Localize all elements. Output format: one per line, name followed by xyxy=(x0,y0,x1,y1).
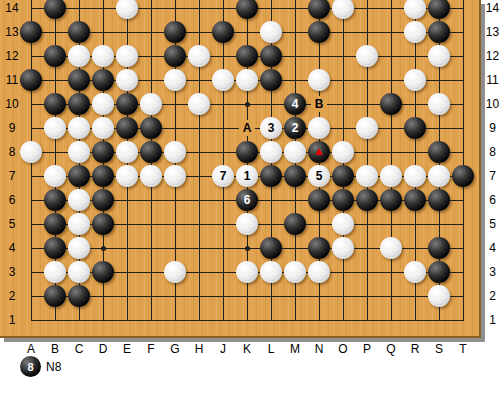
point-H9[interactable] xyxy=(187,116,211,140)
point-F9[interactable] xyxy=(139,116,163,140)
point-M13[interactable] xyxy=(283,20,307,44)
point-P12[interactable] xyxy=(355,44,379,68)
col-label-Q: Q xyxy=(379,343,403,356)
black-stone-S6 xyxy=(428,189,450,211)
white-stone-N9 xyxy=(308,117,330,139)
point-B8[interactable] xyxy=(43,140,67,164)
point-L6[interactable] xyxy=(259,188,283,212)
point-P13[interactable] xyxy=(355,20,379,44)
point-R4[interactable] xyxy=(403,236,427,260)
point-T5[interactable] xyxy=(451,212,475,236)
row-label-left-13: 13 xyxy=(0,25,24,39)
point-H5[interactable] xyxy=(187,212,211,236)
point-F4[interactable] xyxy=(139,236,163,260)
point-D2[interactable] xyxy=(91,284,115,308)
point-N5[interactable] xyxy=(307,212,331,236)
point-F14[interactable] xyxy=(139,0,163,20)
white-stone-Q7 xyxy=(380,165,402,187)
point-S8[interactable] xyxy=(427,140,451,164)
white-stone-L9: 3 xyxy=(260,117,282,139)
point-R12[interactable] xyxy=(403,44,427,68)
point-D7[interactable] xyxy=(91,164,115,188)
point-S11[interactable] xyxy=(427,68,451,92)
point-T11[interactable] xyxy=(451,68,475,92)
point-G6[interactable] xyxy=(163,188,187,212)
point-Q12[interactable] xyxy=(379,44,403,68)
point-S10[interactable] xyxy=(427,92,451,116)
point-P9[interactable] xyxy=(355,116,379,140)
point-D14[interactable] xyxy=(91,0,115,20)
point-N7[interactable]: 5 xyxy=(307,164,331,188)
point-K6[interactable]: 6 xyxy=(235,188,259,212)
point-B1[interactable] xyxy=(43,308,67,332)
point-S2[interactable] xyxy=(427,284,451,308)
point-L5[interactable] xyxy=(259,212,283,236)
point-J7[interactable]: 7 xyxy=(211,164,235,188)
point-F6[interactable] xyxy=(139,188,163,212)
point-G1[interactable] xyxy=(163,308,187,332)
point-T2[interactable] xyxy=(451,284,475,308)
point-H7[interactable] xyxy=(187,164,211,188)
go-diagram: 4BA32▲7156 14141313121211111010998877665… xyxy=(0,0,500,393)
point-N4[interactable] xyxy=(307,236,331,260)
point-E3[interactable] xyxy=(115,260,139,284)
point-R6[interactable] xyxy=(403,188,427,212)
point-K12[interactable] xyxy=(235,44,259,68)
point-K4[interactable] xyxy=(235,236,259,260)
point-T6[interactable] xyxy=(451,188,475,212)
white-stone-G8 xyxy=(164,141,186,163)
point-H8[interactable] xyxy=(187,140,211,164)
point-C13[interactable] xyxy=(67,20,91,44)
point-F8[interactable] xyxy=(139,140,163,164)
point-H11[interactable] xyxy=(187,68,211,92)
point-D13[interactable] xyxy=(91,20,115,44)
point-E6[interactable] xyxy=(115,188,139,212)
col-label-M: M xyxy=(283,343,307,356)
point-M7[interactable] xyxy=(283,164,307,188)
point-F3[interactable] xyxy=(139,260,163,284)
point-S4[interactable] xyxy=(427,236,451,260)
row-label-right-3: 3 xyxy=(485,265,500,279)
point-O3[interactable] xyxy=(331,260,355,284)
point-T8[interactable] xyxy=(451,140,475,164)
white-stone-S2 xyxy=(428,285,450,307)
point-N10[interactable]: B xyxy=(307,92,331,116)
point-N9[interactable] xyxy=(307,116,331,140)
point-R9[interactable] xyxy=(403,116,427,140)
point-M12[interactable] xyxy=(283,44,307,68)
point-G12[interactable] xyxy=(163,44,187,68)
point-Q14[interactable] xyxy=(379,0,403,20)
black-stone-C11 xyxy=(68,69,90,91)
point-R5[interactable] xyxy=(403,212,427,236)
point-G9[interactable] xyxy=(163,116,187,140)
point-Q9[interactable] xyxy=(379,116,403,140)
point-K13[interactable] xyxy=(235,20,259,44)
point-J12[interactable] xyxy=(211,44,235,68)
point-C7[interactable] xyxy=(67,164,91,188)
point-K8[interactable] xyxy=(235,140,259,164)
point-L13[interactable] xyxy=(259,20,283,44)
point-K5[interactable] xyxy=(235,212,259,236)
point-K1[interactable] xyxy=(235,308,259,332)
point-C2[interactable] xyxy=(67,284,91,308)
point-G5[interactable] xyxy=(163,212,187,236)
point-F5[interactable] xyxy=(139,212,163,236)
point-J9[interactable] xyxy=(211,116,235,140)
point-C10[interactable] xyxy=(67,92,91,116)
point-H13[interactable] xyxy=(187,20,211,44)
point-D8[interactable] xyxy=(91,140,115,164)
point-D12[interactable] xyxy=(91,44,115,68)
point-L10[interactable] xyxy=(259,92,283,116)
point-P6[interactable] xyxy=(355,188,379,212)
point-K10[interactable] xyxy=(235,92,259,116)
point-B6[interactable] xyxy=(43,188,67,212)
point-G2[interactable] xyxy=(163,284,187,308)
point-K14[interactable] xyxy=(235,0,259,20)
point-B11[interactable] xyxy=(43,68,67,92)
point-S7[interactable] xyxy=(427,164,451,188)
point-N11[interactable] xyxy=(307,68,331,92)
point-J14[interactable] xyxy=(211,0,235,20)
black-stone-R6 xyxy=(404,189,426,211)
point-Q5[interactable] xyxy=(379,212,403,236)
point-M6[interactable] xyxy=(283,188,307,212)
point-Q11[interactable] xyxy=(379,68,403,92)
point-J3[interactable] xyxy=(211,260,235,284)
point-B14[interactable] xyxy=(43,0,67,20)
point-N14[interactable] xyxy=(307,0,331,20)
point-F2[interactable] xyxy=(139,284,163,308)
point-G4[interactable] xyxy=(163,236,187,260)
row-label-right-4: 4 xyxy=(485,241,500,255)
point-O13[interactable] xyxy=(331,20,355,44)
point-Q7[interactable] xyxy=(379,164,403,188)
point-Q1[interactable] xyxy=(379,308,403,332)
point-N13[interactable] xyxy=(307,20,331,44)
point-L12[interactable] xyxy=(259,44,283,68)
point-B12[interactable] xyxy=(43,44,67,68)
point-B5[interactable] xyxy=(43,212,67,236)
point-G13[interactable] xyxy=(163,20,187,44)
point-K9[interactable]: A xyxy=(235,116,259,140)
point-K7[interactable]: 1 xyxy=(235,164,259,188)
point-T1[interactable] xyxy=(451,308,475,332)
black-stone-O6 xyxy=(332,189,354,211)
point-J6[interactable] xyxy=(211,188,235,212)
white-stone-D10 xyxy=(92,93,114,115)
white-stone-G3 xyxy=(164,261,186,283)
black-stone-N13 xyxy=(308,21,330,43)
point-J8[interactable] xyxy=(211,140,235,164)
point-G14[interactable] xyxy=(163,0,187,20)
point-J1[interactable] xyxy=(211,308,235,332)
point-C11[interactable] xyxy=(67,68,91,92)
point-Q8[interactable] xyxy=(379,140,403,164)
point-M5[interactable] xyxy=(283,212,307,236)
point-R2[interactable] xyxy=(403,284,427,308)
point-S14[interactable] xyxy=(427,0,451,20)
black-stone-N8: ▲ xyxy=(308,141,330,163)
point-J2[interactable] xyxy=(211,284,235,308)
point-H14[interactable] xyxy=(187,0,211,20)
point-E2[interactable] xyxy=(115,284,139,308)
point-E4[interactable] xyxy=(115,236,139,260)
point-C5[interactable] xyxy=(67,212,91,236)
point-T7[interactable] xyxy=(451,164,475,188)
row-label-right-5: 5 xyxy=(485,217,500,231)
point-R14[interactable] xyxy=(403,0,427,20)
black-stone-K6: 6 xyxy=(236,189,258,211)
black-stone-D11 xyxy=(92,69,114,91)
point-L14[interactable] xyxy=(259,0,283,20)
point-F12[interactable] xyxy=(139,44,163,68)
point-O10[interactable] xyxy=(331,92,355,116)
point-E9[interactable] xyxy=(115,116,139,140)
point-Q4[interactable] xyxy=(379,236,403,260)
point-Q3[interactable] xyxy=(379,260,403,284)
point-B3[interactable] xyxy=(43,260,67,284)
point-F7[interactable] xyxy=(139,164,163,188)
point-D5[interactable] xyxy=(91,212,115,236)
point-B4[interactable] xyxy=(43,236,67,260)
point-C12[interactable] xyxy=(67,44,91,68)
point-O9[interactable] xyxy=(331,116,355,140)
point-P14[interactable] xyxy=(355,0,379,20)
point-J4[interactable] xyxy=(211,236,235,260)
white-stone-J7: 7 xyxy=(212,165,234,187)
row-label-left-5: 5 xyxy=(0,217,24,231)
point-J11[interactable] xyxy=(211,68,235,92)
point-N3[interactable] xyxy=(307,260,331,284)
point-D9[interactable] xyxy=(91,116,115,140)
point-S9[interactable] xyxy=(427,116,451,140)
point-T14[interactable] xyxy=(451,0,475,20)
point-G8[interactable] xyxy=(163,140,187,164)
point-C8[interactable] xyxy=(67,140,91,164)
white-stone-M8 xyxy=(284,141,306,163)
point-C14[interactable] xyxy=(67,0,91,20)
point-C3[interactable] xyxy=(67,260,91,284)
caption-move-number: 8 xyxy=(27,361,33,373)
point-B10[interactable] xyxy=(43,92,67,116)
point-C4[interactable] xyxy=(67,236,91,260)
point-N12[interactable] xyxy=(307,44,331,68)
point-L8[interactable] xyxy=(259,140,283,164)
point-O12[interactable] xyxy=(331,44,355,68)
white-stone-R11 xyxy=(404,69,426,91)
point-N6[interactable] xyxy=(307,188,331,212)
point-G3[interactable] xyxy=(163,260,187,284)
black-stone-G12 xyxy=(164,45,186,67)
point-E11[interactable] xyxy=(115,68,139,92)
point-T4[interactable] xyxy=(451,236,475,260)
point-S5[interactable] xyxy=(427,212,451,236)
point-R10[interactable] xyxy=(403,92,427,116)
white-stone-C3 xyxy=(68,261,90,283)
point-H4[interactable] xyxy=(187,236,211,260)
point-T3[interactable] xyxy=(451,260,475,284)
point-K11[interactable] xyxy=(235,68,259,92)
white-stone-O5 xyxy=(332,213,354,235)
point-O6[interactable] xyxy=(331,188,355,212)
point-S13[interactable] xyxy=(427,20,451,44)
point-O4[interactable] xyxy=(331,236,355,260)
black-stone-D8 xyxy=(92,141,114,163)
point-Q13[interactable] xyxy=(379,20,403,44)
point-T9[interactable] xyxy=(451,116,475,140)
point-S1[interactable] xyxy=(427,308,451,332)
point-P5[interactable] xyxy=(355,212,379,236)
point-T12[interactable] xyxy=(451,44,475,68)
point-G11[interactable] xyxy=(163,68,187,92)
point-O1[interactable] xyxy=(331,308,355,332)
row-label-right-8: 8 xyxy=(485,145,500,159)
point-Q2[interactable] xyxy=(379,284,403,308)
white-stone-D12 xyxy=(92,45,114,67)
black-stone-S4 xyxy=(428,237,450,259)
point-E5[interactable] xyxy=(115,212,139,236)
point-L1[interactable] xyxy=(259,308,283,332)
point-L7[interactable] xyxy=(259,164,283,188)
point-L11[interactable] xyxy=(259,68,283,92)
point-N2[interactable] xyxy=(307,284,331,308)
black-stone-R9 xyxy=(404,117,426,139)
point-F1[interactable] xyxy=(139,308,163,332)
black-stone-L7 xyxy=(260,165,282,187)
black-stone-N4 xyxy=(308,237,330,259)
point-L4[interactable] xyxy=(259,236,283,260)
point-M10[interactable]: 4 xyxy=(283,92,307,116)
point-D11[interactable] xyxy=(91,68,115,92)
black-stone-C2 xyxy=(68,285,90,307)
point-O8[interactable] xyxy=(331,140,355,164)
point-K2[interactable] xyxy=(235,284,259,308)
point-E10[interactable] xyxy=(115,92,139,116)
black-stone-K8 xyxy=(236,141,258,163)
point-S6[interactable] xyxy=(427,188,451,212)
point-O14[interactable] xyxy=(331,0,355,20)
point-E12[interactable] xyxy=(115,44,139,68)
point-M11[interactable] xyxy=(283,68,307,92)
point-O5[interactable] xyxy=(331,212,355,236)
point-N8[interactable]: ▲ xyxy=(307,140,331,164)
point-R3[interactable] xyxy=(403,260,427,284)
point-P3[interactable] xyxy=(355,260,379,284)
point-C1[interactable] xyxy=(67,308,91,332)
point-D4[interactable] xyxy=(91,236,115,260)
point-J5[interactable] xyxy=(211,212,235,236)
point-E14[interactable] xyxy=(115,0,139,20)
black-stone-L12 xyxy=(260,45,282,67)
point-F10[interactable] xyxy=(139,92,163,116)
point-B2[interactable] xyxy=(43,284,67,308)
point-P2[interactable] xyxy=(355,284,379,308)
point-E1[interactable] xyxy=(115,308,139,332)
point-M9[interactable]: 2 xyxy=(283,116,307,140)
row-label-left-10: 10 xyxy=(0,97,24,111)
point-K3[interactable] xyxy=(235,260,259,284)
point-O2[interactable] xyxy=(331,284,355,308)
point-L2[interactable] xyxy=(259,284,283,308)
point-P4[interactable] xyxy=(355,236,379,260)
point-S12[interactable] xyxy=(427,44,451,68)
point-F13[interactable] xyxy=(139,20,163,44)
point-G10[interactable] xyxy=(163,92,187,116)
point-B13[interactable] xyxy=(43,20,67,44)
white-stone-K3 xyxy=(236,261,258,283)
point-D1[interactable] xyxy=(91,308,115,332)
point-H2[interactable] xyxy=(187,284,211,308)
point-R8[interactable] xyxy=(403,140,427,164)
point-S3[interactable] xyxy=(427,260,451,284)
point-H12[interactable] xyxy=(187,44,211,68)
point-M4[interactable] xyxy=(283,236,307,260)
point-P11[interactable] xyxy=(355,68,379,92)
point-H6[interactable] xyxy=(187,188,211,212)
point-R7[interactable] xyxy=(403,164,427,188)
point-L9[interactable]: 3 xyxy=(259,116,283,140)
point-T13[interactable] xyxy=(451,20,475,44)
point-H10[interactable] xyxy=(187,92,211,116)
point-R11[interactable] xyxy=(403,68,427,92)
point-M8[interactable] xyxy=(283,140,307,164)
point-T10[interactable] xyxy=(451,92,475,116)
point-P8[interactable] xyxy=(355,140,379,164)
point-N1[interactable] xyxy=(307,308,331,332)
point-C6[interactable] xyxy=(67,188,91,212)
point-Q6[interactable] xyxy=(379,188,403,212)
point-J10[interactable] xyxy=(211,92,235,116)
point-L3[interactable] xyxy=(259,260,283,284)
white-stone-N11 xyxy=(308,69,330,91)
point-P10[interactable] xyxy=(355,92,379,116)
point-M2[interactable] xyxy=(283,284,307,308)
point-R13[interactable] xyxy=(403,20,427,44)
white-stone-C12 xyxy=(68,45,90,67)
point-M14[interactable] xyxy=(283,0,307,20)
point-H3[interactable] xyxy=(187,260,211,284)
point-M1[interactable] xyxy=(283,308,307,332)
white-stone-G11 xyxy=(164,69,186,91)
point-E7[interactable] xyxy=(115,164,139,188)
point-F11[interactable] xyxy=(139,68,163,92)
point-M3[interactable] xyxy=(283,260,307,284)
point-G7[interactable] xyxy=(163,164,187,188)
point-R1[interactable] xyxy=(403,308,427,332)
point-P1[interactable] xyxy=(355,308,379,332)
point-B7[interactable] xyxy=(43,164,67,188)
point-O11[interactable] xyxy=(331,68,355,92)
white-stone-C9 xyxy=(68,117,90,139)
point-C9[interactable] xyxy=(67,116,91,140)
row-label-left-4: 4 xyxy=(0,241,24,255)
point-D10[interactable] xyxy=(91,92,115,116)
point-E13[interactable] xyxy=(115,20,139,44)
point-H1[interactable] xyxy=(187,308,211,332)
point-O7[interactable] xyxy=(331,164,355,188)
point-E8[interactable] xyxy=(115,140,139,164)
point-D6[interactable] xyxy=(91,188,115,212)
point-P7[interactable] xyxy=(355,164,379,188)
point-J13[interactable] xyxy=(211,20,235,44)
point-B9[interactable] xyxy=(43,116,67,140)
black-stone-C13 xyxy=(68,21,90,43)
point-Q10[interactable] xyxy=(379,92,403,116)
point-D3[interactable] xyxy=(91,260,115,284)
